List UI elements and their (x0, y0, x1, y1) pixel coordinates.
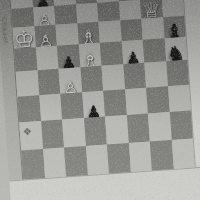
square-a4[interactable] (16, 70, 39, 96)
square-h4[interactable] (166, 60, 189, 86)
square-d1[interactable] (86, 145, 109, 175)
square-h3[interactable] (168, 85, 191, 112)
square-a2[interactable]: ❖ (19, 121, 42, 150)
square-e7[interactable] (97, 1, 120, 21)
square-d5[interactable]: ♗ (78, 43, 101, 67)
square-b2[interactable] (41, 120, 64, 149)
square-g7[interactable]: ♕ (140, 0, 163, 19)
square-c5[interactable]: ♟ (57, 44, 80, 68)
square-h2[interactable] (169, 111, 192, 140)
square-f7[interactable] (118, 0, 141, 20)
square-a3[interactable] (17, 95, 40, 122)
square-g6[interactable] (141, 17, 164, 39)
square-e5[interactable] (100, 41, 123, 65)
square-g3[interactable] (146, 86, 169, 113)
square-f4[interactable] (123, 63, 146, 89)
square-b6[interactable]: ♙ (34, 25, 57, 47)
board-maker-stamp: ❖ (22, 126, 32, 138)
square-d6[interactable]: ♗ (77, 22, 100, 44)
square-f6[interactable] (120, 19, 143, 41)
square-c3[interactable] (60, 92, 83, 119)
chess-photo: Chavet ♟♙♕♔♙♗♝♟♗♟♞♙♟❖ (0, 0, 200, 200)
square-a5[interactable] (14, 47, 37, 71)
square-c1[interactable] (64, 146, 87, 176)
square-e3[interactable] (103, 89, 126, 116)
board-brand-text: Chavet (1, 17, 10, 45)
square-h1[interactable] (171, 139, 194, 169)
square-h5[interactable]: ♞ (164, 37, 187, 61)
square-c6[interactable] (55, 23, 78, 45)
square-b5[interactable] (35, 46, 58, 70)
square-b7[interactable]: ♙ (33, 6, 56, 26)
square-d2[interactable] (84, 117, 107, 146)
square-b3[interactable] (39, 94, 62, 121)
square-f5[interactable]: ♟ (121, 40, 144, 64)
square-b4[interactable] (37, 69, 60, 95)
square-e1[interactable] (107, 143, 130, 173)
square-d3[interactable]: ♟ (82, 91, 105, 118)
square-g4[interactable] (144, 61, 167, 87)
square-h6[interactable]: ♝ (163, 16, 186, 38)
square-c2[interactable] (62, 118, 85, 147)
square-a1[interactable] (21, 149, 44, 179)
square-h7[interactable] (161, 0, 184, 17)
board: ♟♙♕♔♙♗♝♟♗♟♞♙♟❖ (10, 0, 195, 179)
square-f2[interactable] (126, 114, 149, 143)
square-g5[interactable] (143, 38, 166, 62)
square-d4[interactable] (80, 66, 103, 92)
square-e4[interactable] (101, 64, 124, 90)
board-wrap: Chavet ♟♙♕♔♙♗♝♟♗♟♞♙♟❖ (0, 0, 200, 200)
square-g1[interactable] (150, 140, 173, 170)
square-g2[interactable] (148, 112, 171, 141)
square-c4[interactable]: ♙ (59, 67, 82, 93)
square-a6[interactable]: ♔ (13, 26, 36, 48)
square-c7[interactable] (54, 4, 77, 24)
square-d7[interactable] (76, 3, 99, 23)
square-f3[interactable] (125, 88, 148, 115)
square-b1[interactable] (43, 148, 66, 178)
square-f1[interactable] (128, 142, 151, 172)
square-e2[interactable] (105, 115, 128, 144)
square-e6[interactable] (98, 20, 121, 42)
